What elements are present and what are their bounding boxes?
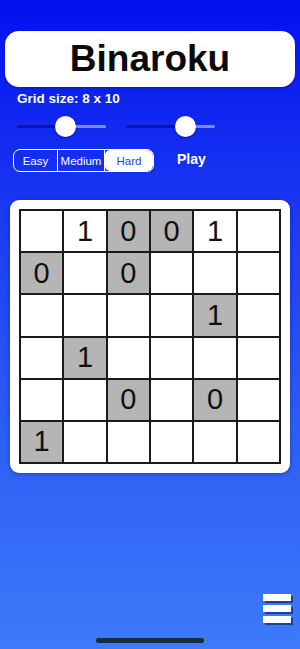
hamburger-icon-bar [263,594,291,601]
cell-r4c1[interactable] [21,338,62,378]
difficulty-segmented-control: Easy Medium Hard [13,149,154,172]
cell-r3c6[interactable] [238,295,279,335]
cell-r3c3[interactable] [108,295,149,335]
cell-r6c3[interactable] [108,422,149,462]
app-title-card: Binaroku [5,31,295,87]
cell-r1c1[interactable] [21,211,62,251]
cell-r6c1[interactable]: 1 [21,422,62,462]
cell-r6c6[interactable] [238,422,279,462]
cell-r6c4[interactable] [151,422,192,462]
cell-r1c3[interactable]: 0 [108,211,149,251]
difficulty-easy-button[interactable]: Easy [14,150,58,171]
menu-button[interactable] [263,594,291,623]
cell-r3c1[interactable] [21,295,62,335]
cell-r1c2[interactable]: 1 [64,211,105,251]
cell-r1c5[interactable]: 1 [194,211,235,251]
puzzle-board-panel: 10010011001 [10,200,290,473]
cell-r4c4[interactable] [151,338,192,378]
cell-r2c2[interactable] [64,253,105,293]
cell-r4c5[interactable] [194,338,235,378]
binaroku-app-screen: Binaroku Grid size: 8 x 10 Easy Medium H… [0,0,300,649]
cell-r5c6[interactable] [238,380,279,420]
cell-r6c5[interactable] [194,422,235,462]
cell-r5c4[interactable] [151,380,192,420]
slider-thumb[interactable] [55,116,76,137]
cell-r2c1[interactable]: 0 [21,253,62,293]
cell-r3c4[interactable] [151,295,192,335]
cell-r5c2[interactable] [64,380,105,420]
play-button[interactable]: Play [177,151,206,167]
cell-r4c6[interactable] [238,338,279,378]
home-indicator[interactable] [96,638,204,643]
cell-r2c4[interactable] [151,253,192,293]
cell-r1c6[interactable] [238,211,279,251]
cell-r2c5[interactable] [194,253,235,293]
slider-thumb[interactable] [175,116,196,137]
hamburger-icon-bar [263,605,291,612]
grid-width-slider[interactable] [16,115,106,137]
difficulty-hard-button[interactable]: Hard [105,150,153,171]
cell-r3c5[interactable]: 1 [194,295,235,335]
cell-r1c4[interactable]: 0 [151,211,192,251]
puzzle-grid[interactable]: 10010011001 [19,209,281,464]
cell-r5c1[interactable] [21,380,62,420]
cell-r6c2[interactable] [64,422,105,462]
difficulty-medium-button[interactable]: Medium [58,150,105,171]
grid-height-slider[interactable] [125,115,215,137]
grid-size-label: Grid size: 8 x 10 [17,91,120,106]
cell-r3c2[interactable] [64,295,105,335]
cell-r2c6[interactable] [238,253,279,293]
app-title: Binaroku [70,38,230,80]
hamburger-icon-bar [263,616,291,623]
cell-r4c2[interactable]: 1 [64,338,105,378]
cell-r4c3[interactable] [108,338,149,378]
cell-r2c3[interactable]: 0 [108,253,149,293]
cell-r5c3[interactable]: 0 [108,380,149,420]
cell-r5c5[interactable]: 0 [194,380,235,420]
